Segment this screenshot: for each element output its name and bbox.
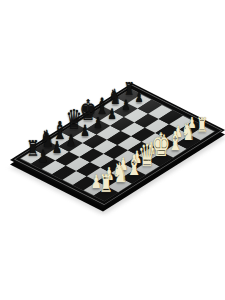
chess-board — [10, 83, 225, 207]
product-photo: ♜♞♝♛♚♝♞♜♟♟♟♟♟♟♟♟♟♟♟♟♟♟♟♟♜♞♝♛♚♝♞♜ — [0, 0, 225, 300]
